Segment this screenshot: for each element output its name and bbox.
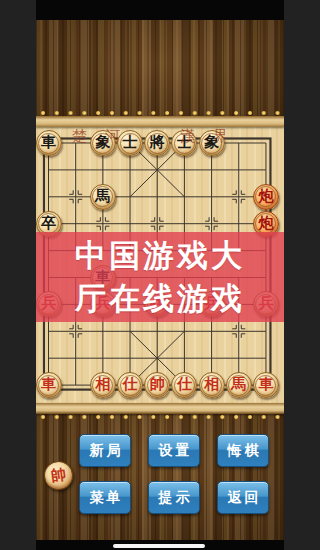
board-edge-bottom bbox=[36, 403, 284, 414]
piece-glyph: 馬 bbox=[95, 189, 110, 204]
undo-move-button[interactable]: 悔棋 bbox=[217, 434, 269, 467]
promo-banner: 中国游戏大 厅在线游戏 bbox=[36, 232, 284, 322]
button-row-2: 菜单 提示 返回 bbox=[79, 481, 269, 514]
piece-red-chariot[interactable]: 車 bbox=[253, 372, 279, 398]
button-row-1: 新局 设置 悔棋 bbox=[79, 434, 269, 467]
piece-glyph: 炮 bbox=[258, 189, 273, 204]
promo-banner-line1: 中国游戏大 bbox=[75, 234, 245, 277]
piece-black-chariot[interactable]: 車 bbox=[36, 130, 62, 156]
piece-red-cannon[interactable]: 炮 bbox=[253, 184, 279, 210]
menu-button[interactable]: 菜单 bbox=[79, 481, 131, 514]
piece-red-elephant[interactable]: 相 bbox=[90, 372, 116, 398]
piece-glyph: 相 bbox=[204, 377, 219, 392]
promo-banner-line2: 厅在线游戏 bbox=[75, 277, 245, 320]
piece-red-advisor[interactable]: 仕 bbox=[171, 372, 197, 398]
app-screen: 車象士將士象馬卒車炮炮兵兵兵兵兵車相仕帥仕相馬車 楚 河 漢 界 中国游戏大 厅… bbox=[36, 0, 284, 550]
seal-glyph: 帥 bbox=[50, 465, 67, 486]
back-button[interactable]: 返回 bbox=[217, 481, 269, 514]
hint-button[interactable]: 提示 bbox=[148, 481, 200, 514]
piece-glyph: 車 bbox=[41, 135, 56, 150]
piece-red-elephant[interactable]: 相 bbox=[199, 372, 225, 398]
piece-glyph: 仕 bbox=[177, 377, 192, 392]
new-game-button[interactable]: 新局 bbox=[79, 434, 131, 467]
piece-glyph: 相 bbox=[95, 377, 110, 392]
status-bar-top bbox=[36, 0, 284, 20]
piece-black-general[interactable]: 將 bbox=[144, 130, 170, 156]
piece-red-horse[interactable]: 馬 bbox=[226, 372, 252, 398]
piece-glyph: 馬 bbox=[231, 377, 246, 392]
piece-red-advisor[interactable]: 仕 bbox=[117, 372, 143, 398]
home-indicator[interactable] bbox=[113, 544, 205, 548]
piece-glyph: 帥 bbox=[150, 377, 165, 392]
river-label-right: 漢 界 bbox=[180, 127, 235, 146]
piece-glyph: 炮 bbox=[258, 216, 273, 231]
board-edge-top bbox=[36, 116, 284, 127]
control-button-panel: 新局 设置 悔棋 菜单 提示 返回 bbox=[79, 434, 269, 514]
piece-glyph: 車 bbox=[258, 377, 273, 392]
piece-glyph: 卒 bbox=[41, 216, 56, 231]
stud-row-bottom bbox=[36, 414, 284, 420]
settings-button[interactable]: 设置 bbox=[148, 434, 200, 467]
piece-black-horse[interactable]: 馬 bbox=[90, 184, 116, 210]
piece-glyph: 仕 bbox=[123, 377, 138, 392]
piece-red-general[interactable]: 帥 bbox=[144, 372, 170, 398]
river-label-left: 楚 河 bbox=[72, 127, 127, 146]
piece-glyph: 車 bbox=[41, 377, 56, 392]
status-bar-bottom bbox=[36, 540, 284, 550]
piece-red-chariot[interactable]: 車 bbox=[36, 372, 62, 398]
piece-glyph: 將 bbox=[150, 135, 165, 150]
